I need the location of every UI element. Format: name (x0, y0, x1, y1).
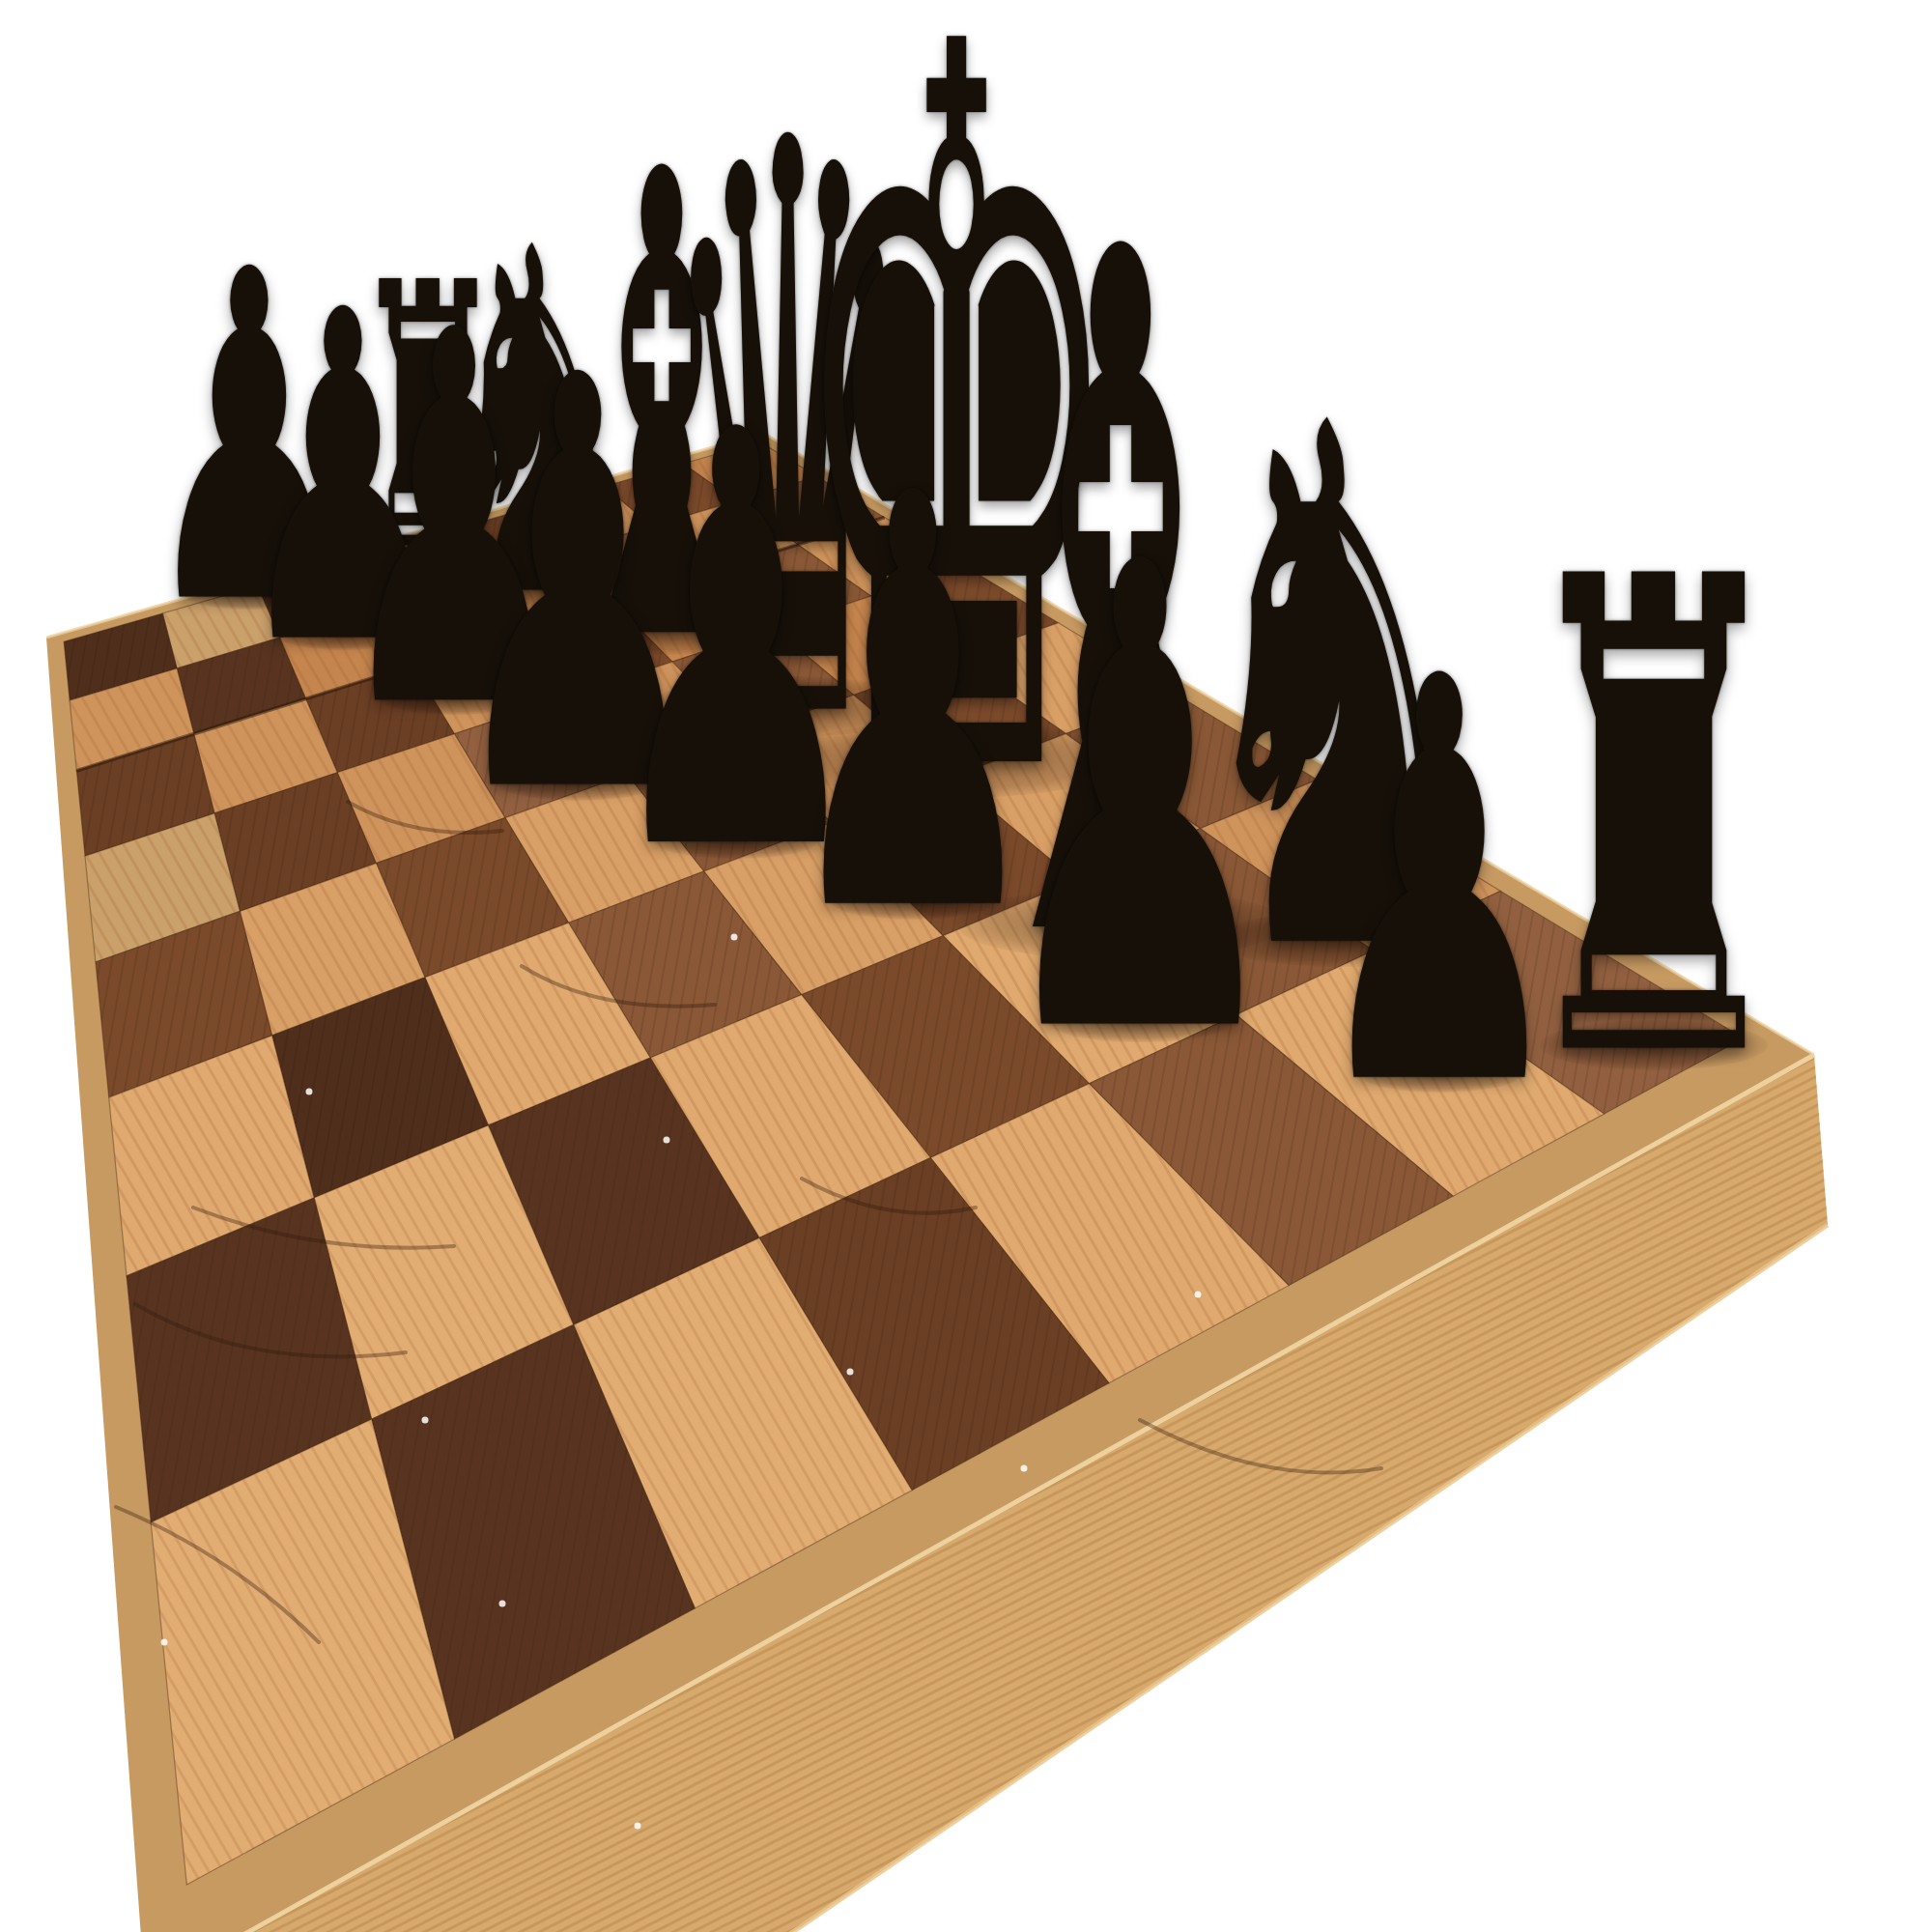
paint-speck-4 (499, 1601, 506, 1607)
chessboard-photo: ♜♞♟♝♟♟♛♚♟♟♟♝♞♟♜♟ (0, 0, 1932, 1932)
paint-speck-6 (944, 731, 951, 738)
paint-speck-3 (1021, 1465, 1028, 1472)
paint-speck-9 (422, 1417, 429, 1424)
paint-speck-7 (1195, 1292, 1202, 1298)
paint-speck-1 (731, 934, 738, 941)
paint-speck-2 (847, 1369, 854, 1376)
paint-speck-0 (664, 1137, 670, 1144)
paint-speck-10 (1446, 982, 1453, 989)
paint-speck-8 (635, 1823, 641, 1830)
paint-speck-11 (161, 1639, 168, 1646)
paint-speck-5 (306, 1089, 313, 1095)
chessboard (0, 0, 1932, 1932)
